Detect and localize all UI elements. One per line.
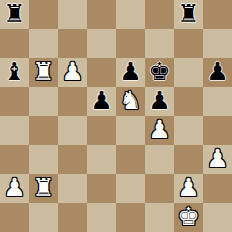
piece-white-rook[interactable]: ♜ (32, 173, 54, 202)
square-b3[interactable] (29, 145, 58, 174)
square-g4[interactable] (174, 116, 203, 145)
square-b6[interactable]: ♜ (29, 58, 58, 87)
square-a5[interactable] (0, 87, 29, 116)
piece-white-pawn[interactable]: ♟ (61, 57, 83, 86)
square-b1[interactable] (29, 203, 58, 232)
square-f4[interactable]: ♟ (145, 116, 174, 145)
chess-board: ♜♜♝♜♟♟♚♟♟♞♟♟♟♟♜♟♚ (0, 0, 232, 232)
piece-black-pawn[interactable]: ♟ (148, 86, 170, 115)
square-a7[interactable] (0, 29, 29, 58)
piece-black-bishop[interactable]: ♝ (3, 57, 25, 86)
square-b2[interactable]: ♜ (29, 174, 58, 203)
piece-black-rook[interactable]: ♜ (3, 0, 25, 28)
square-g7[interactable] (174, 29, 203, 58)
square-e1[interactable] (116, 203, 145, 232)
square-c4[interactable] (58, 116, 87, 145)
square-d7[interactable] (87, 29, 116, 58)
square-g1[interactable]: ♚ (174, 203, 203, 232)
square-g5[interactable] (174, 87, 203, 116)
square-e3[interactable] (116, 145, 145, 174)
square-b4[interactable] (29, 116, 58, 145)
square-f3[interactable] (145, 145, 174, 174)
square-e6[interactable]: ♟ (116, 58, 145, 87)
square-h6[interactable]: ♟ (203, 58, 232, 87)
square-f6[interactable]: ♚ (145, 58, 174, 87)
square-f7[interactable] (145, 29, 174, 58)
square-a4[interactable] (0, 116, 29, 145)
piece-black-pawn[interactable]: ♟ (206, 57, 228, 86)
piece-white-knight[interactable]: ♞ (119, 86, 141, 115)
square-b5[interactable] (29, 87, 58, 116)
square-h1[interactable] (203, 203, 232, 232)
square-a8[interactable]: ♜ (0, 0, 29, 29)
piece-white-pawn[interactable]: ♟ (3, 173, 25, 202)
square-a2[interactable]: ♟ (0, 174, 29, 203)
square-e2[interactable] (116, 174, 145, 203)
square-c8[interactable] (58, 0, 87, 29)
square-d5[interactable]: ♟ (87, 87, 116, 116)
square-b8[interactable] (29, 0, 58, 29)
square-f5[interactable]: ♟ (145, 87, 174, 116)
square-d3[interactable] (87, 145, 116, 174)
square-e8[interactable] (116, 0, 145, 29)
square-h7[interactable] (203, 29, 232, 58)
piece-black-rook[interactable]: ♜ (177, 0, 199, 28)
square-h5[interactable] (203, 87, 232, 116)
piece-white-pawn[interactable]: ♟ (206, 144, 228, 173)
square-c7[interactable] (58, 29, 87, 58)
piece-black-pawn[interactable]: ♟ (90, 86, 112, 115)
square-d8[interactable] (87, 0, 116, 29)
square-b7[interactable] (29, 29, 58, 58)
square-f2[interactable] (145, 174, 174, 203)
square-f1[interactable] (145, 203, 174, 232)
square-c3[interactable] (58, 145, 87, 174)
square-h4[interactable] (203, 116, 232, 145)
piece-white-king[interactable]: ♚ (177, 202, 199, 231)
square-d1[interactable] (87, 203, 116, 232)
square-g6[interactable] (174, 58, 203, 87)
square-d2[interactable] (87, 174, 116, 203)
piece-black-king[interactable]: ♚ (148, 57, 170, 86)
square-e7[interactable] (116, 29, 145, 58)
square-g8[interactable]: ♜ (174, 0, 203, 29)
square-h3[interactable]: ♟ (203, 145, 232, 174)
piece-white-pawn[interactable]: ♟ (177, 173, 199, 202)
square-h2[interactable] (203, 174, 232, 203)
square-g3[interactable] (174, 145, 203, 174)
square-f8[interactable] (145, 0, 174, 29)
square-d4[interactable] (87, 116, 116, 145)
square-a1[interactable] (0, 203, 29, 232)
square-a3[interactable] (0, 145, 29, 174)
square-c1[interactable] (58, 203, 87, 232)
square-d6[interactable] (87, 58, 116, 87)
square-g2[interactable]: ♟ (174, 174, 203, 203)
square-h8[interactable] (203, 0, 232, 29)
square-c6[interactable]: ♟ (58, 58, 87, 87)
square-c2[interactable] (58, 174, 87, 203)
piece-black-pawn[interactable]: ♟ (119, 57, 141, 86)
square-e5[interactable]: ♞ (116, 87, 145, 116)
square-e4[interactable] (116, 116, 145, 145)
piece-white-rook[interactable]: ♜ (32, 57, 54, 86)
square-c5[interactable] (58, 87, 87, 116)
square-a6[interactable]: ♝ (0, 58, 29, 87)
piece-white-pawn[interactable]: ♟ (148, 115, 170, 144)
